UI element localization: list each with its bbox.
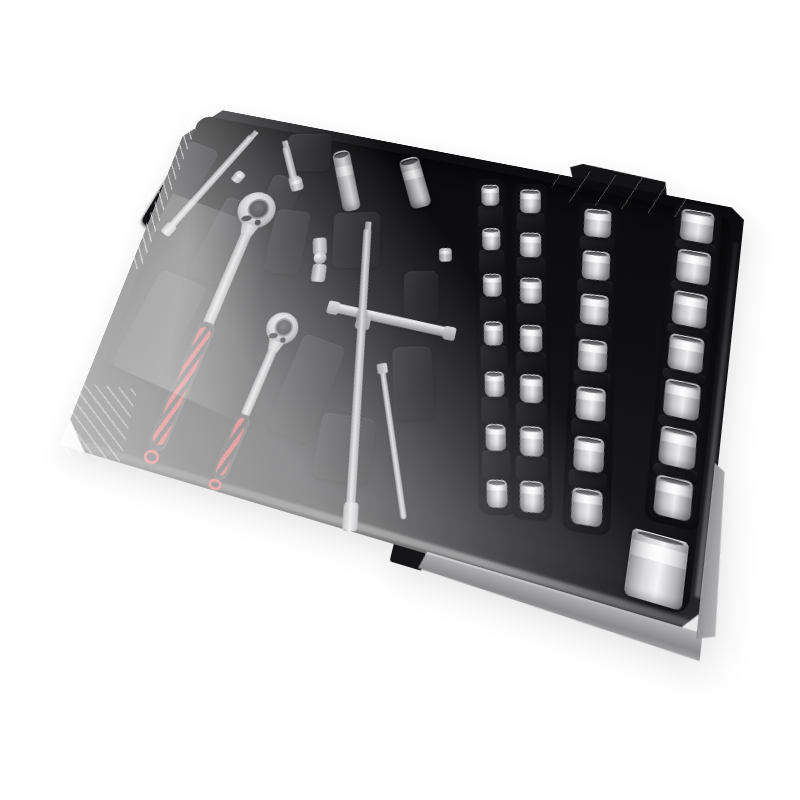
- socket: [578, 339, 608, 373]
- tray-molding-block-11: [311, 412, 377, 486]
- socket: [573, 435, 604, 473]
- tray-divider: [478, 206, 503, 229]
- tray-divider: [480, 296, 507, 321]
- socket: [483, 274, 502, 297]
- tray-divider: [482, 450, 511, 480]
- socket: [520, 480, 544, 513]
- socket: [520, 232, 541, 257]
- tool-set-photo: [0, 0, 800, 800]
- socket: [575, 386, 605, 422]
- tray-molding-block-7: [332, 212, 380, 268]
- tray-divider: [516, 402, 547, 428]
- socket: [663, 378, 701, 421]
- socket: [484, 321, 503, 345]
- socket: [658, 425, 697, 471]
- socket: [487, 479, 508, 508]
- socket: [520, 189, 541, 213]
- socket: [520, 325, 542, 353]
- tray-divider: [480, 345, 507, 372]
- socket: [580, 293, 609, 326]
- socket: [485, 372, 505, 397]
- socket: [481, 185, 499, 206]
- tray-divider: [516, 455, 548, 482]
- tray-divider: [516, 257, 545, 279]
- socket: [520, 374, 543, 403]
- socket: [582, 250, 610, 281]
- socket: [520, 277, 542, 303]
- socket: [679, 208, 714, 244]
- tray-molding-block-9: [404, 271, 439, 322]
- tray-divider: [479, 250, 505, 274]
- tray-molding-block-10: [392, 346, 434, 420]
- universal-joint: [312, 237, 329, 283]
- tray-divider: [516, 303, 546, 326]
- socket: [486, 424, 506, 451]
- socket: [667, 333, 704, 374]
- socket: [675, 248, 711, 286]
- socket-column-2: [512, 184, 553, 522]
- socket: [520, 426, 543, 457]
- ujoint-ball: [313, 251, 326, 264]
- tool-tray: [60, 105, 745, 635]
- tray-divider: [481, 396, 509, 424]
- socket: [671, 290, 708, 330]
- socket: [482, 228, 501, 250]
- ujoint-lower: [311, 264, 327, 283]
- tray-divider: [516, 213, 544, 234]
- socket: [571, 487, 603, 527]
- socket: [653, 474, 693, 522]
- socket: [584, 208, 612, 238]
- adapter-small-2: [439, 248, 452, 262]
- tray-divider: [516, 351, 546, 375]
